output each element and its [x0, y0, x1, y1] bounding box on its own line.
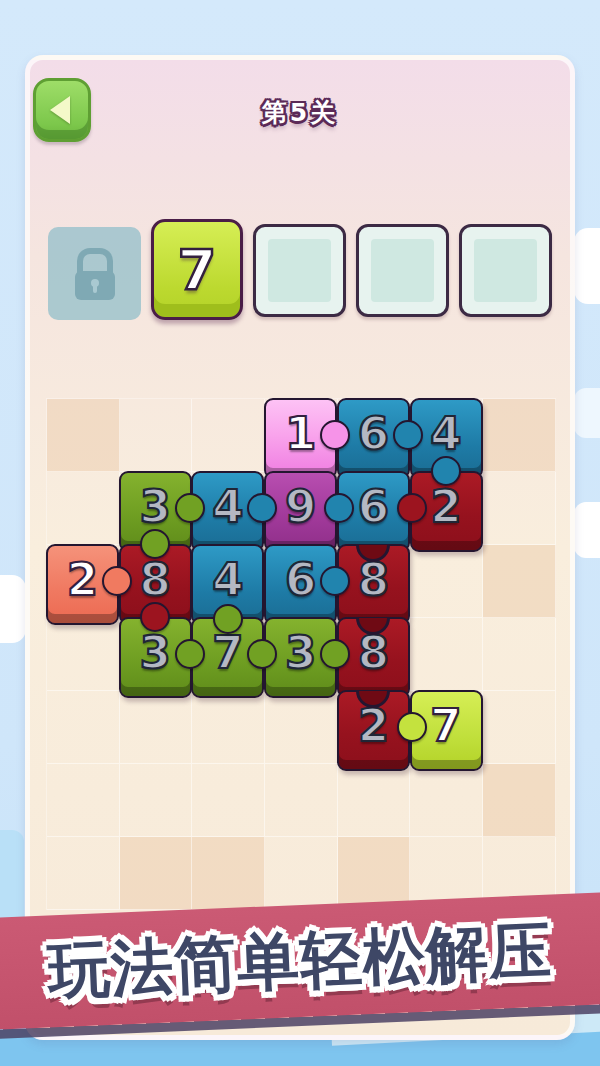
cloud-decoration: [574, 502, 600, 558]
tile-number: 8: [358, 557, 389, 602]
board-pieces-layer: 1643496228468373827: [46, 398, 555, 909]
tile-number: 4: [212, 484, 243, 529]
knob: [140, 529, 170, 559]
tile-number: 6: [285, 557, 316, 602]
tile-number: 4: [212, 557, 243, 602]
lock-icon: [77, 248, 113, 274]
knob: [397, 712, 427, 742]
knob: [320, 566, 350, 596]
game-screen: 第5关 7 1643496228468373827 玩法简单轻松解压: [0, 0, 600, 1066]
tile-number: 2: [67, 557, 98, 602]
tile-number: 3: [140, 630, 171, 675]
tray-tile-number: 7: [178, 242, 217, 298]
knob: [320, 639, 350, 669]
knob: [175, 493, 205, 523]
tray-tile-7[interactable]: 7: [151, 219, 243, 320]
cloud-decoration: [0, 575, 26, 643]
tile-number: 3: [285, 630, 316, 675]
knob: [393, 420, 423, 450]
tile-number: 4: [430, 411, 461, 456]
empty-slot-inner: [474, 239, 537, 302]
tile-number: 6: [358, 411, 389, 456]
knob: [247, 493, 277, 523]
knob: [102, 566, 132, 596]
lock-icon-body: [75, 271, 115, 300]
empty-slot-2[interactable]: [253, 224, 346, 317]
knob: [324, 493, 354, 523]
knob: [397, 493, 427, 523]
locked-slot[interactable]: [48, 227, 141, 320]
knob: [175, 639, 205, 669]
empty-slot-4[interactable]: [459, 224, 552, 317]
tile-number: 8: [358, 630, 389, 675]
knob: [140, 602, 170, 632]
empty-slot-inner: [371, 239, 434, 302]
knob: [247, 639, 277, 669]
empty-slot-3[interactable]: [356, 224, 449, 317]
tile-number: 1: [285, 411, 316, 456]
cloud-decoration: [574, 228, 600, 304]
tile-number: 7: [212, 630, 243, 675]
tile-number: 8: [140, 557, 171, 602]
tile-number: 7: [430, 703, 461, 748]
knob: [320, 420, 350, 450]
tile-number: 6: [358, 484, 389, 529]
tray: 7: [48, 219, 552, 320]
tile-number: 2: [358, 703, 389, 748]
promo-banner-text: 玩法简单轻松解压: [46, 908, 553, 1013]
tile-number: 9: [285, 484, 316, 529]
knob: [431, 456, 461, 486]
level-title: 第5关: [262, 98, 338, 127]
tile-number: 2: [430, 484, 461, 529]
header: 第5关: [25, 96, 575, 129]
empty-slot-inner: [268, 239, 331, 302]
cloud-decoration: [574, 388, 600, 438]
knob: [213, 604, 243, 634]
tile-number: 3: [140, 484, 171, 529]
